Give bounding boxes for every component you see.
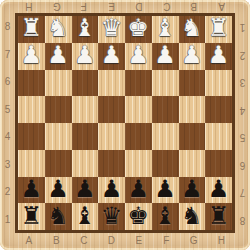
square-d4[interactable]	[98, 123, 125, 150]
square-h2[interactable]: ♟	[205, 177, 232, 204]
square-b5[interactable]	[45, 96, 72, 123]
square-b8[interactable]: ♞	[45, 16, 72, 43]
label-top-G: G	[43, 0, 71, 13]
piece-black-knight: ♞	[181, 204, 203, 228]
label-bottom-G: G	[180, 233, 208, 248]
square-b3[interactable]	[45, 150, 72, 177]
label-top-B: B	[180, 0, 208, 13]
label-left-6: 6	[0, 68, 15, 96]
piece-black-bishop: ♝	[154, 204, 176, 228]
piece-white-pawn: ♟	[154, 43, 176, 67]
square-e2[interactable]: ♟	[125, 177, 152, 204]
square-c7[interactable]: ♟	[72, 43, 99, 70]
piece-white-rook: ♜	[208, 16, 230, 40]
piece-white-queen: ♛	[101, 16, 123, 40]
square-g1[interactable]: ♞	[179, 203, 206, 230]
square-a6[interactable]	[18, 70, 45, 97]
square-d1[interactable]: ♛	[98, 203, 125, 230]
label-bottom-H: H	[208, 233, 236, 248]
square-a4[interactable]	[18, 123, 45, 150]
square-b7[interactable]: ♟	[45, 43, 72, 70]
square-f4[interactable]	[152, 123, 179, 150]
square-b2[interactable]: ♟	[45, 177, 72, 204]
square-f2[interactable]: ♟	[152, 177, 179, 204]
label-bottom-E: E	[125, 233, 153, 248]
square-e1[interactable]: ♚	[125, 203, 152, 230]
square-c4[interactable]	[72, 123, 99, 150]
square-a1[interactable]: ♜	[18, 203, 45, 230]
piece-white-king: ♚	[128, 16, 150, 40]
square-f8[interactable]: ♝	[152, 16, 179, 43]
piece-black-pawn: ♟	[128, 177, 150, 201]
piece-black-pawn: ♟	[47, 177, 69, 201]
label-top-F: F	[70, 0, 98, 13]
label-right-3: 3	[235, 68, 250, 96]
square-g6[interactable]	[179, 70, 206, 97]
square-g2[interactable]: ♟	[179, 177, 206, 204]
label-top-C: C	[153, 0, 181, 13]
label-left-1: 1	[0, 206, 15, 234]
label-left-8: 8	[0, 13, 15, 41]
piece-white-pawn: ♟	[181, 43, 203, 67]
square-c6[interactable]	[72, 70, 99, 97]
square-b1[interactable]: ♞	[45, 203, 72, 230]
piece-black-rook: ♜	[21, 204, 43, 228]
piece-white-bishop: ♝	[154, 16, 176, 40]
square-h6[interactable]	[205, 70, 232, 97]
board-frame: ♜♞♝♛♚♝♞♜♟♟♟♟♟♟♟♟♟♟♟♟♟♟♟♟♜♞♝♛♚♝♞♜	[15, 13, 235, 233]
square-a3[interactable]	[18, 150, 45, 177]
piece-white-pawn: ♟	[74, 43, 96, 67]
chess-board-window: HGFEDCBA ABCDEFGH 87654321 12345678 ♜♞♝♛…	[0, 0, 250, 250]
square-f5[interactable]	[152, 96, 179, 123]
square-g8[interactable]: ♞	[179, 16, 206, 43]
square-f3[interactable]	[152, 150, 179, 177]
piece-white-pawn: ♟	[101, 43, 123, 67]
square-e4[interactable]	[125, 123, 152, 150]
piece-black-pawn: ♟	[181, 177, 203, 201]
label-right-8: 8	[235, 206, 250, 234]
square-h3[interactable]	[205, 150, 232, 177]
piece-black-pawn: ♟	[154, 177, 176, 201]
square-c5[interactable]	[72, 96, 99, 123]
square-d5[interactable]	[98, 96, 125, 123]
square-c8[interactable]: ♝	[72, 16, 99, 43]
square-e6[interactable]	[125, 70, 152, 97]
label-bottom-A: A	[15, 233, 43, 248]
label-right-4: 4	[235, 96, 250, 124]
piece-white-pawn: ♟	[208, 43, 230, 67]
square-f1[interactable]: ♝	[152, 203, 179, 230]
labels-top: HGFEDCBA	[15, 0, 235, 13]
square-a2[interactable]: ♟	[18, 177, 45, 204]
square-f7[interactable]: ♟	[152, 43, 179, 70]
square-e3[interactable]	[125, 150, 152, 177]
piece-black-knight: ♞	[47, 204, 69, 228]
labels-left: 87654321	[0, 13, 15, 233]
label-bottom-F: F	[153, 233, 181, 248]
square-h8[interactable]: ♜	[205, 16, 232, 43]
piece-white-bishop: ♝	[74, 16, 96, 40]
label-top-E: E	[98, 0, 126, 13]
label-bottom-D: D	[98, 233, 126, 248]
square-d6[interactable]	[98, 70, 125, 97]
label-left-3: 3	[0, 151, 15, 179]
piece-white-knight: ♞	[181, 16, 203, 40]
label-left-5: 5	[0, 96, 15, 124]
label-top-A: A	[208, 0, 236, 13]
square-b4[interactable]	[45, 123, 72, 150]
piece-white-pawn: ♟	[128, 43, 150, 67]
label-left-2: 2	[0, 178, 15, 206]
board-grid: ♜♞♝♛♚♝♞♜♟♟♟♟♟♟♟♟♟♟♟♟♟♟♟♟♜♞♝♛♚♝♞♜	[18, 16, 232, 230]
labels-right: 12345678	[235, 13, 250, 233]
label-left-7: 7	[0, 41, 15, 69]
piece-black-pawn: ♟	[74, 177, 96, 201]
piece-black-queen: ♛	[101, 204, 123, 228]
square-g5[interactable]	[179, 96, 206, 123]
square-f6[interactable]	[152, 70, 179, 97]
piece-black-pawn: ♟	[208, 177, 230, 201]
square-a7[interactable]: ♟	[18, 43, 45, 70]
piece-black-pawn: ♟	[101, 177, 123, 201]
label-right-5: 5	[235, 123, 250, 151]
label-right-2: 2	[235, 41, 250, 69]
square-c2[interactable]: ♟	[72, 177, 99, 204]
label-left-4: 4	[0, 123, 15, 151]
piece-white-rook: ♜	[21, 16, 43, 40]
labels-bottom: ABCDEFGH	[15, 233, 235, 248]
label-right-7: 7	[235, 178, 250, 206]
piece-black-rook: ♜	[208, 204, 230, 228]
label-right-6: 6	[235, 151, 250, 179]
label-bottom-C: C	[70, 233, 98, 248]
square-a5[interactable]	[18, 96, 45, 123]
square-g4[interactable]	[179, 123, 206, 150]
square-g3[interactable]	[179, 150, 206, 177]
square-h1[interactable]: ♜	[205, 203, 232, 230]
square-d8[interactable]: ♛	[98, 16, 125, 43]
piece-white-pawn: ♟	[21, 43, 43, 67]
piece-white-knight: ♞	[47, 16, 69, 40]
square-d7[interactable]: ♟	[98, 43, 125, 70]
square-h5[interactable]	[205, 96, 232, 123]
label-right-1: 1	[235, 13, 250, 41]
square-e7[interactable]: ♟	[125, 43, 152, 70]
square-c1[interactable]: ♝	[72, 203, 99, 230]
square-g7[interactable]: ♟	[179, 43, 206, 70]
square-a8[interactable]: ♜	[18, 16, 45, 43]
square-c3[interactable]	[72, 150, 99, 177]
piece-black-bishop: ♝	[74, 204, 96, 228]
piece-white-pawn: ♟	[47, 43, 69, 67]
label-top-H: H	[15, 0, 43, 13]
piece-black-king: ♚	[128, 204, 150, 228]
square-d3[interactable]	[98, 150, 125, 177]
square-h7[interactable]: ♟	[205, 43, 232, 70]
label-top-D: D	[125, 0, 153, 13]
label-bottom-B: B	[43, 233, 71, 248]
piece-black-pawn: ♟	[21, 177, 43, 201]
square-e5[interactable]	[125, 96, 152, 123]
square-d2[interactable]: ♟	[98, 177, 125, 204]
square-e8[interactable]: ♚	[125, 16, 152, 43]
square-b6[interactable]	[45, 70, 72, 97]
square-h4[interactable]	[205, 123, 232, 150]
